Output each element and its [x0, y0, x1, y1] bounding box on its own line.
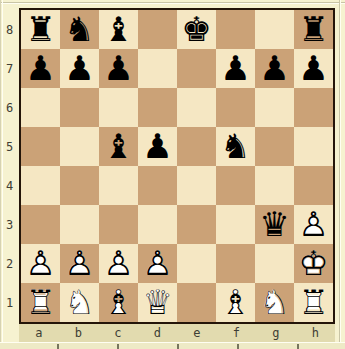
white-king: ♚♔	[294, 244, 333, 283]
square-f5[interactable]: ♞	[216, 127, 255, 166]
square-e6[interactable]	[177, 88, 216, 127]
square-c8[interactable]: ♝	[99, 10, 138, 49]
square-g3[interactable]: ♛	[255, 205, 294, 244]
square-d4[interactable]	[138, 166, 177, 205]
square-c3[interactable]	[99, 205, 138, 244]
ruler-tick	[237, 344, 239, 349]
square-c2[interactable]: ♟♙	[99, 244, 138, 283]
square-c1[interactable]: ♝♗	[99, 283, 138, 322]
black-pawn: ♟	[138, 127, 177, 166]
square-g5[interactable]	[255, 127, 294, 166]
square-b4[interactable]	[60, 166, 99, 205]
rank-label-7: 7	[0, 49, 19, 88]
square-a4[interactable]	[21, 166, 60, 205]
black-pawn: ♟	[99, 49, 138, 88]
panel-groove-right-highlight	[340, 0, 341, 349]
square-b6[interactable]	[60, 88, 99, 127]
black-queen: ♛	[255, 205, 294, 244]
chess-board[interactable]: ♜♞♝♚♜♟♟♟♟♟♟♝♟♞♛♟♙♟♙♟♙♟♙♟♙♚♔♜♖♞♘♝♗♛♕♝♗♞♘♜…	[19, 8, 335, 324]
chess-diagram-panel: 87654321 ♜♞♝♚♜♟♟♟♟♟♟♝♟♞♛♟♙♟♙♟♙♟♙♟♙♚♔♜♖♞♘…	[0, 0, 345, 349]
white-queen: ♛♕	[138, 283, 177, 322]
panel-groove-top-highlight	[0, 3, 345, 4]
square-f1[interactable]: ♝♗	[216, 283, 255, 322]
square-a5[interactable]	[21, 127, 60, 166]
square-b5[interactable]	[60, 127, 99, 166]
white-bishop: ♝♗	[216, 283, 255, 322]
rank-label-4: 4	[0, 166, 19, 205]
file-label-c: c	[98, 324, 138, 342]
file-label-f: f	[217, 324, 257, 342]
square-f4[interactable]	[216, 166, 255, 205]
black-knight: ♞	[216, 127, 255, 166]
square-f3[interactable]	[216, 205, 255, 244]
square-g1[interactable]: ♞♘	[255, 283, 294, 322]
white-pawn: ♟♙	[60, 244, 99, 283]
square-e5[interactable]	[177, 127, 216, 166]
square-d3[interactable]	[138, 205, 177, 244]
square-g6[interactable]	[255, 88, 294, 127]
square-e1[interactable]	[177, 283, 216, 322]
square-e8[interactable]: ♚	[177, 10, 216, 49]
square-b1[interactable]: ♞♘	[60, 283, 99, 322]
white-pawn: ♟♙	[99, 244, 138, 283]
square-b2[interactable]: ♟♙	[60, 244, 99, 283]
rank-labels: 87654321	[0, 10, 19, 322]
black-knight: ♞	[60, 10, 99, 49]
white-bishop: ♝♗	[99, 283, 138, 322]
black-rook: ♜	[21, 10, 60, 49]
ruler-tick	[117, 344, 119, 349]
square-d8[interactable]	[138, 10, 177, 49]
square-d2[interactable]: ♟♙	[138, 244, 177, 283]
square-b7[interactable]: ♟	[60, 49, 99, 88]
rank-label-5: 5	[0, 127, 19, 166]
white-pawn: ♟♙	[294, 205, 333, 244]
file-label-a: a	[19, 324, 59, 342]
square-b8[interactable]: ♞	[60, 10, 99, 49]
ruler-tick	[297, 344, 299, 349]
square-h1[interactable]: ♜♖	[294, 283, 333, 322]
square-b3[interactable]	[60, 205, 99, 244]
square-a7[interactable]: ♟	[21, 49, 60, 88]
rank-label-2: 2	[0, 244, 19, 283]
square-g4[interactable]	[255, 166, 294, 205]
square-g2[interactable]	[255, 244, 294, 283]
black-pawn: ♟	[21, 49, 60, 88]
square-e7[interactable]	[177, 49, 216, 88]
square-h7[interactable]: ♟	[294, 49, 333, 88]
square-h8[interactable]: ♜	[294, 10, 333, 49]
square-d7[interactable]	[138, 49, 177, 88]
white-knight: ♞♘	[60, 283, 99, 322]
black-rook: ♜	[294, 10, 333, 49]
rank-label-1: 1	[0, 283, 19, 322]
square-h4[interactable]	[294, 166, 333, 205]
file-label-d: d	[138, 324, 178, 342]
black-pawn: ♟	[294, 49, 333, 88]
square-h5[interactable]	[294, 127, 333, 166]
black-bishop: ♝	[99, 10, 138, 49]
square-g8[interactable]	[255, 10, 294, 49]
white-rook: ♜♖	[21, 283, 60, 322]
square-a3[interactable]	[21, 205, 60, 244]
black-pawn: ♟	[60, 49, 99, 88]
square-a2[interactable]: ♟♙	[21, 244, 60, 283]
square-f8[interactable]	[216, 10, 255, 49]
file-labels: abcdefgh	[19, 324, 335, 342]
rank-label-6: 6	[0, 88, 19, 127]
white-pawn: ♟♙	[138, 244, 177, 283]
square-c5[interactable]: ♝	[99, 127, 138, 166]
black-king: ♚	[177, 10, 216, 49]
square-d1[interactable]: ♛♕	[138, 283, 177, 322]
square-e4[interactable]	[177, 166, 216, 205]
square-a8[interactable]: ♜	[21, 10, 60, 49]
rank-label-3: 3	[0, 205, 19, 244]
square-a1[interactable]: ♜♖	[21, 283, 60, 322]
square-a6[interactable]	[21, 88, 60, 127]
square-g7[interactable]: ♟	[255, 49, 294, 88]
square-f6[interactable]	[216, 88, 255, 127]
square-e2[interactable]	[177, 244, 216, 283]
ruler-tick	[57, 344, 59, 349]
white-knight: ♞♘	[255, 283, 294, 322]
square-d6[interactable]	[138, 88, 177, 127]
file-label-e: e	[177, 324, 217, 342]
square-h2[interactable]: ♚♔	[294, 244, 333, 283]
square-c7[interactable]: ♟	[99, 49, 138, 88]
square-d5[interactable]: ♟	[138, 127, 177, 166]
square-f2[interactable]	[216, 244, 255, 283]
ruler-tick	[177, 344, 179, 349]
black-bishop: ♝	[99, 127, 138, 166]
square-e3[interactable]	[177, 205, 216, 244]
square-c4[interactable]	[99, 166, 138, 205]
square-h6[interactable]	[294, 88, 333, 127]
black-pawn: ♟	[255, 49, 294, 88]
white-pawn: ♟♙	[21, 244, 60, 283]
square-f7[interactable]: ♟	[216, 49, 255, 88]
file-label-g: g	[256, 324, 296, 342]
rank-label-8: 8	[0, 10, 19, 49]
black-pawn: ♟	[216, 49, 255, 88]
square-c6[interactable]	[99, 88, 138, 127]
file-label-h: h	[296, 324, 336, 342]
white-rook: ♜♖	[294, 283, 333, 322]
bottom-partial-strip	[0, 342, 345, 349]
square-h3[interactable]: ♟♙	[294, 205, 333, 244]
file-label-b: b	[59, 324, 99, 342]
